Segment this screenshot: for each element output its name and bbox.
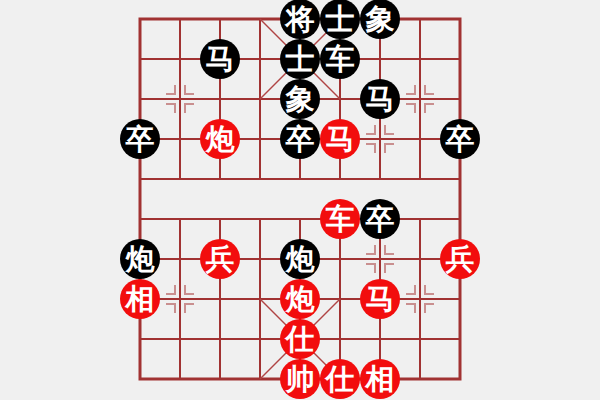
piece-label: 卒 — [446, 125, 475, 154]
piece-label: 马 — [206, 45, 235, 74]
piece-label: 炮 — [286, 285, 315, 314]
piece-black-advisor[interactable]: 士 — [320, 0, 360, 39]
piece-red-horse[interactable]: 马 — [320, 119, 360, 159]
piece-red-pawn[interactable]: 兵 — [440, 239, 480, 279]
piece-red-cannon[interactable]: 炮 — [200, 119, 240, 159]
piece-black-elephant[interactable]: 象 — [360, 0, 400, 39]
xiangqi-pieces-layer: 将士象马士车象马卒卒卒卒炮炮炮马车兵兵相炮马仕帅仕相 — [0, 0, 600, 400]
piece-label: 兵 — [446, 245, 475, 274]
piece-label: 相 — [366, 365, 395, 394]
piece-label: 卒 — [126, 125, 155, 154]
piece-black-advisor[interactable]: 士 — [280, 39, 320, 79]
piece-label: 兵 — [206, 245, 235, 274]
piece-red-cannon[interactable]: 炮 — [280, 279, 320, 319]
piece-black-pawn[interactable]: 卒 — [120, 119, 160, 159]
piece-label: 相 — [126, 285, 155, 314]
piece-label: 象 — [286, 85, 315, 114]
piece-black-elephant[interactable]: 象 — [280, 79, 320, 119]
piece-label: 仕 — [286, 325, 315, 354]
piece-label: 车 — [326, 45, 355, 74]
piece-label: 炮 — [126, 245, 155, 274]
piece-label: 车 — [326, 205, 355, 234]
piece-red-horse[interactable]: 马 — [360, 279, 400, 319]
piece-red-advisor[interactable]: 仕 — [320, 359, 360, 399]
piece-label: 马 — [366, 85, 395, 114]
piece-label: 士 — [326, 5, 355, 34]
piece-red-pawn[interactable]: 兵 — [200, 239, 240, 279]
piece-black-pawn[interactable]: 卒 — [360, 199, 400, 239]
piece-red-elephant[interactable]: 相 — [120, 279, 160, 319]
piece-red-elephant[interactable]: 相 — [360, 359, 400, 399]
piece-label: 士 — [286, 45, 315, 74]
piece-black-pawn[interactable]: 卒 — [440, 119, 480, 159]
piece-label: 炮 — [286, 245, 315, 274]
piece-black-general[interactable]: 将 — [280, 0, 320, 39]
xiangqi-app: 将士象马士车象马卒卒卒卒炮炮炮马车兵兵相炮马仕帅仕相 — [0, 0, 600, 400]
piece-red-general[interactable]: 帅 — [280, 359, 320, 399]
piece-label: 马 — [326, 125, 355, 154]
piece-black-horse[interactable]: 马 — [360, 79, 400, 119]
piece-label: 仕 — [326, 365, 355, 394]
piece-black-pawn[interactable]: 卒 — [280, 119, 320, 159]
piece-label: 将 — [286, 5, 315, 34]
piece-label: 象 — [366, 5, 395, 34]
piece-red-chariot[interactable]: 车 — [320, 199, 360, 239]
piece-label: 帅 — [286, 365, 315, 394]
piece-black-horse[interactable]: 马 — [200, 39, 240, 79]
piece-label: 卒 — [286, 125, 315, 154]
piece-red-advisor[interactable]: 仕 — [280, 319, 320, 359]
piece-black-cannon[interactable]: 炮 — [280, 239, 320, 279]
piece-black-chariot[interactable]: 车 — [320, 39, 360, 79]
piece-label: 炮 — [206, 125, 235, 154]
piece-label: 马 — [366, 285, 395, 314]
piece-label: 卒 — [366, 205, 395, 234]
piece-black-cannon[interactable]: 炮 — [120, 239, 160, 279]
